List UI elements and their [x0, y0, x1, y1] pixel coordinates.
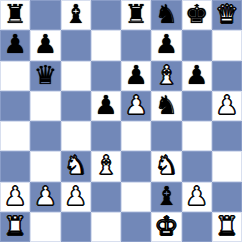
square-h5[interactable]: ♟: [212, 91, 242, 121]
square-h7[interactable]: [212, 30, 242, 60]
square-e7[interactable]: [121, 30, 151, 60]
square-b6[interactable]: ♛: [30, 61, 60, 91]
black-bishop-piece[interactable]: ♝: [155, 183, 178, 209]
square-e2[interactable]: [121, 182, 151, 212]
square-b3[interactable]: [30, 151, 60, 181]
square-c2[interactable]: ♟: [61, 182, 91, 212]
square-h3[interactable]: [212, 151, 242, 181]
square-d6[interactable]: [91, 61, 121, 91]
square-c4[interactable]: [61, 121, 91, 151]
square-f3[interactable]: ♞: [151, 151, 181, 181]
square-d3[interactable]: ♝: [91, 151, 121, 181]
white-pawn-piece[interactable]: ♟: [185, 183, 208, 209]
square-g6[interactable]: ♟: [182, 61, 212, 91]
square-e8[interactable]: ♜: [121, 0, 151, 30]
square-e1[interactable]: [121, 212, 151, 242]
square-a4[interactable]: [0, 121, 30, 151]
square-c3[interactable]: ♞: [61, 151, 91, 181]
white-bishop-piece[interactable]: ♝: [155, 62, 178, 88]
black-pawn-piece[interactable]: ♟: [3, 31, 26, 57]
square-e5[interactable]: ♟: [121, 91, 151, 121]
square-h2[interactable]: [212, 182, 242, 212]
square-c6[interactable]: [61, 61, 91, 91]
black-rook-piece[interactable]: ♜: [124, 1, 147, 27]
white-king-piece[interactable]: ♚: [155, 213, 178, 239]
square-g5[interactable]: [182, 91, 212, 121]
white-pawn-piece[interactable]: ♟: [3, 183, 26, 209]
square-a8[interactable]: ♜: [0, 0, 30, 30]
square-b8[interactable]: [30, 0, 60, 30]
square-f5[interactable]: ♞: [151, 91, 181, 121]
square-f7[interactable]: ♟: [151, 30, 181, 60]
white-bishop-piece[interactable]: ♝: [94, 152, 117, 178]
black-king-piece[interactable]: ♚: [185, 1, 208, 27]
square-e6[interactable]: ♟: [121, 61, 151, 91]
square-d4[interactable]: [91, 121, 121, 151]
square-g4[interactable]: [182, 121, 212, 151]
white-rook-piece[interactable]: ♜: [3, 213, 26, 239]
square-f1[interactable]: ♚: [151, 212, 181, 242]
square-a6[interactable]: [0, 61, 30, 91]
black-bishop-piece[interactable]: ♝: [64, 1, 87, 27]
white-pawn-piece[interactable]: ♟: [215, 92, 238, 118]
square-d2[interactable]: [91, 182, 121, 212]
white-queen-piece[interactable]: ♛: [215, 1, 238, 27]
square-c5[interactable]: [61, 91, 91, 121]
square-g3[interactable]: [182, 151, 212, 181]
square-d1[interactable]: [91, 212, 121, 242]
square-a1[interactable]: ♜: [0, 212, 30, 242]
square-c1[interactable]: [61, 212, 91, 242]
square-a2[interactable]: ♟: [0, 182, 30, 212]
square-g1[interactable]: [182, 212, 212, 242]
square-e3[interactable]: [121, 151, 151, 181]
square-b4[interactable]: [30, 121, 60, 151]
square-h1[interactable]: ♜: [212, 212, 242, 242]
white-pawn-piece[interactable]: ♟: [124, 92, 147, 118]
black-pawn-piece[interactable]: ♟: [124, 62, 147, 88]
square-f8[interactable]: ♞: [151, 0, 181, 30]
square-g8[interactable]: ♚: [182, 0, 212, 30]
square-b5[interactable]: [30, 91, 60, 121]
square-c8[interactable]: ♝: [61, 0, 91, 30]
black-pawn-piece[interactable]: ♟: [34, 31, 57, 57]
black-rook-piece[interactable]: ♜: [3, 1, 26, 27]
square-a3[interactable]: [0, 151, 30, 181]
square-g2[interactable]: ♟: [182, 182, 212, 212]
white-pawn-piece[interactable]: ♟: [64, 183, 87, 209]
square-g7[interactable]: [182, 30, 212, 60]
black-queen-piece[interactable]: ♛: [34, 62, 57, 88]
square-b1[interactable]: [30, 212, 60, 242]
square-e4[interactable]: [121, 121, 151, 151]
square-h8[interactable]: ♛: [212, 0, 242, 30]
black-pawn-piece[interactable]: ♟: [94, 92, 117, 118]
white-rook-piece[interactable]: ♜: [215, 213, 238, 239]
square-c7[interactable]: [61, 30, 91, 60]
chess-board: ♜♝♜♞♚♛♟♟♟♛♟♝♟♟♟♞♟♞♝♞♟♟♟♝♟♜♚♜: [0, 0, 242, 242]
white-knight-piece[interactable]: ♞: [64, 152, 87, 178]
square-f4[interactable]: [151, 121, 181, 151]
square-h4[interactable]: [212, 121, 242, 151]
black-pawn-piece[interactable]: ♟: [185, 62, 208, 88]
square-f2[interactable]: ♝: [151, 182, 181, 212]
black-knight-piece[interactable]: ♞: [155, 1, 178, 27]
square-f6[interactable]: ♝: [151, 61, 181, 91]
square-a5[interactable]: [0, 91, 30, 121]
square-d8[interactable]: [91, 0, 121, 30]
black-pawn-piece[interactable]: ♟: [155, 31, 178, 57]
square-b2[interactable]: ♟: [30, 182, 60, 212]
square-h6[interactable]: [212, 61, 242, 91]
square-d5[interactable]: ♟: [91, 91, 121, 121]
square-a7[interactable]: ♟: [0, 30, 30, 60]
square-d7[interactable]: [91, 30, 121, 60]
white-pawn-piece[interactable]: ♟: [34, 183, 57, 209]
black-knight-piece[interactable]: ♞: [155, 92, 178, 118]
white-knight-piece[interactable]: ♞: [155, 152, 178, 178]
square-b7[interactable]: ♟: [30, 30, 60, 60]
